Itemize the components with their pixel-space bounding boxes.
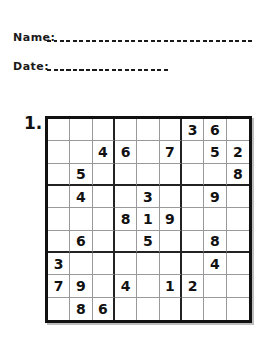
sudoku-cell-empty[interactable]	[227, 275, 249, 297]
sudoku-cell-given: 9	[70, 275, 92, 297]
sudoku-cell-empty[interactable]	[204, 164, 226, 186]
sudoku-cell-empty[interactable]	[93, 275, 115, 297]
sudoku-cell-given: 8	[227, 164, 249, 186]
worksheet-page: Name: Date: 1. 3646752584398196583479412…	[0, 0, 270, 350]
sudoku-cell-given: 3	[48, 253, 70, 275]
sudoku-cell-given: 6	[93, 298, 115, 320]
sudoku-cell-empty[interactable]	[182, 164, 204, 186]
sudoku-cell-given: 8	[115, 208, 137, 230]
sudoku-cell-given: 3	[182, 119, 204, 141]
sudoku-cell-empty[interactable]	[182, 231, 204, 253]
sudoku-cell-empty[interactable]	[70, 119, 92, 141]
sudoku-cell-empty[interactable]	[48, 186, 70, 208]
sudoku-cell-given: 5	[70, 164, 92, 186]
sudoku-cell-given: 4	[204, 253, 226, 275]
sudoku-cell-empty[interactable]	[93, 186, 115, 208]
sudoku-cell-empty[interactable]	[137, 253, 159, 275]
sudoku-cell-given: 3	[137, 186, 159, 208]
sudoku-cell-given: 8	[204, 231, 226, 253]
sudoku-cell-empty[interactable]	[227, 208, 249, 230]
name-label: Name:	[13, 31, 55, 44]
sudoku-cell-empty[interactable]	[93, 231, 115, 253]
sudoku-cell-given: 5	[137, 231, 159, 253]
sudoku-cell-empty[interactable]	[227, 186, 249, 208]
sudoku-cell-empty[interactable]	[227, 231, 249, 253]
sudoku-cell-given: 4	[70, 186, 92, 208]
sudoku-cell-given: 9	[204, 186, 226, 208]
sudoku-cell-given: 4	[115, 275, 137, 297]
sudoku-cell-empty[interactable]	[204, 275, 226, 297]
sudoku-cell-empty[interactable]	[115, 119, 137, 141]
sudoku-cell-empty[interactable]	[160, 186, 182, 208]
sudoku-cell-empty[interactable]	[137, 275, 159, 297]
sudoku-cell-empty[interactable]	[48, 231, 70, 253]
sudoku-cell-empty[interactable]	[182, 208, 204, 230]
name-input-line[interactable]	[47, 40, 253, 42]
sudoku-cell-empty[interactable]	[137, 164, 159, 186]
sudoku-cell-empty[interactable]	[182, 253, 204, 275]
sudoku-cell-empty[interactable]	[182, 141, 204, 163]
sudoku-cell-given: 2	[227, 141, 249, 163]
sudoku-cell-given: 2	[182, 275, 204, 297]
puzzle-number: 1.	[24, 113, 42, 133]
sudoku-board: 364675258439819658347941286	[45, 116, 252, 323]
sudoku-cell-empty[interactable]	[160, 253, 182, 275]
date-label: Date:	[13, 60, 49, 73]
sudoku-cell-empty[interactable]	[48, 141, 70, 163]
sudoku-cell-empty[interactable]	[70, 253, 92, 275]
sudoku-cell-empty[interactable]	[70, 208, 92, 230]
sudoku-cell-empty[interactable]	[160, 164, 182, 186]
sudoku-cell-empty[interactable]	[48, 119, 70, 141]
sudoku-cell-empty[interactable]	[137, 298, 159, 320]
sudoku-cell-given: 7	[160, 141, 182, 163]
sudoku-cell-empty[interactable]	[48, 208, 70, 230]
sudoku-cell-given: 1	[137, 208, 159, 230]
sudoku-cell-empty[interactable]	[93, 253, 115, 275]
sudoku-cell-empty[interactable]	[137, 141, 159, 163]
sudoku-cell-empty[interactable]	[48, 164, 70, 186]
sudoku-cell-empty[interactable]	[182, 298, 204, 320]
sudoku-cell-empty[interactable]	[227, 253, 249, 275]
sudoku-cell-given: 8	[70, 298, 92, 320]
sudoku-cell-empty[interactable]	[160, 119, 182, 141]
sudoku-cell-empty[interactable]	[204, 298, 226, 320]
sudoku-cell-given: 9	[160, 208, 182, 230]
sudoku-cell-empty[interactable]	[182, 186, 204, 208]
date-input-line[interactable]	[47, 69, 168, 71]
sudoku-cell-empty[interactable]	[160, 231, 182, 253]
sudoku-cell-given: 1	[160, 275, 182, 297]
sudoku-cell-given: 4	[93, 141, 115, 163]
sudoku-cell-empty[interactable]	[115, 164, 137, 186]
sudoku-cell-empty[interactable]	[93, 119, 115, 141]
sudoku-cell-empty[interactable]	[115, 298, 137, 320]
sudoku-cell-empty[interactable]	[115, 186, 137, 208]
sudoku-cell-empty[interactable]	[70, 141, 92, 163]
sudoku-cell-empty[interactable]	[227, 119, 249, 141]
sudoku-cell-empty[interactable]	[227, 298, 249, 320]
sudoku-cell-empty[interactable]	[204, 208, 226, 230]
sudoku-cell-empty[interactable]	[93, 164, 115, 186]
sudoku-cell-empty[interactable]	[115, 231, 137, 253]
sudoku-cell-empty[interactable]	[137, 119, 159, 141]
sudoku-cell-given: 6	[70, 231, 92, 253]
sudoku-cell-given: 6	[115, 141, 137, 163]
sudoku-cell-given: 6	[204, 119, 226, 141]
sudoku-cell-empty[interactable]	[93, 208, 115, 230]
sudoku-cell-given: 5	[204, 141, 226, 163]
sudoku-cell-empty[interactable]	[115, 253, 137, 275]
sudoku-cell-given: 7	[48, 275, 70, 297]
sudoku-cell-empty[interactable]	[160, 298, 182, 320]
sudoku-cell-empty[interactable]	[48, 298, 70, 320]
